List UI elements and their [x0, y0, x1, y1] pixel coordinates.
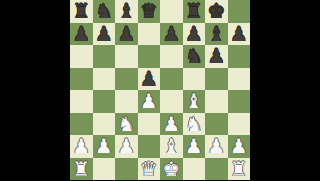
white-pawn[interactable]: ♟: [185, 135, 203, 157]
square-e5[interactable]: [160, 68, 183, 91]
white-knight[interactable]: ♞: [117, 113, 135, 135]
black-pawn[interactable]: ♟: [117, 23, 135, 45]
square-b3[interactable]: [93, 113, 116, 136]
square-f4[interactable]: ♝: [183, 90, 206, 113]
white-bishop[interactable]: ♝: [162, 135, 180, 157]
square-g3[interactable]: [205, 113, 228, 136]
square-f2[interactable]: ♟: [183, 135, 206, 158]
square-d6[interactable]: [138, 45, 161, 68]
square-e1[interactable]: ♚: [160, 158, 183, 181]
square-h6[interactable]: [228, 45, 251, 68]
square-h3[interactable]: [228, 113, 251, 136]
square-a5[interactable]: [70, 68, 93, 91]
square-g6[interactable]: ♟: [205, 45, 228, 68]
chess-board[interactable]: ♜♞♝♛♜♚♟♟♟♟♟♝♟♞♟♟♟♝♞♟♞♟♟♟♝♟♟♟♜♛♚♜: [70, 0, 250, 180]
white-king[interactable]: ♚: [162, 158, 180, 180]
white-pawn[interactable]: ♟: [230, 135, 248, 157]
black-pawn[interactable]: ♟: [140, 68, 158, 90]
white-bishop[interactable]: ♝: [185, 90, 203, 112]
black-knight[interactable]: ♞: [95, 0, 113, 22]
black-knight[interactable]: ♞: [185, 45, 203, 67]
square-a4[interactable]: [70, 90, 93, 113]
square-f6[interactable]: ♞: [183, 45, 206, 68]
white-rook[interactable]: ♜: [72, 158, 90, 180]
black-rook[interactable]: ♜: [72, 0, 90, 22]
square-c5[interactable]: [115, 68, 138, 91]
black-pawn[interactable]: ♟: [185, 23, 203, 45]
square-c7[interactable]: ♟: [115, 23, 138, 46]
white-pawn[interactable]: ♟: [72, 135, 90, 157]
square-g7[interactable]: ♝: [205, 23, 228, 46]
square-d1[interactable]: ♛: [138, 158, 161, 181]
square-b7[interactable]: ♟: [93, 23, 116, 46]
black-pawn[interactable]: ♟: [95, 23, 113, 45]
white-pawn[interactable]: ♟: [207, 135, 225, 157]
square-a7[interactable]: ♟: [70, 23, 93, 46]
white-pawn[interactable]: ♟: [140, 90, 158, 112]
square-f3[interactable]: ♞: [183, 113, 206, 136]
square-e2[interactable]: ♝: [160, 135, 183, 158]
letterbox-right: [250, 0, 320, 180]
square-a6[interactable]: [70, 45, 93, 68]
black-pawn[interactable]: ♟: [162, 23, 180, 45]
square-g4[interactable]: [205, 90, 228, 113]
square-a1[interactable]: ♜: [70, 158, 93, 181]
black-pawn[interactable]: ♟: [72, 23, 90, 45]
white-pawn[interactable]: ♟: [117, 135, 135, 157]
square-a8[interactable]: ♜: [70, 0, 93, 23]
square-g2[interactable]: ♟: [205, 135, 228, 158]
square-c8[interactable]: ♝: [115, 0, 138, 23]
square-h5[interactable]: [228, 68, 251, 91]
white-pawn[interactable]: ♟: [162, 113, 180, 135]
black-bishop[interactable]: ♝: [117, 0, 135, 22]
square-e8[interactable]: [160, 0, 183, 23]
square-h1[interactable]: ♜: [228, 158, 251, 181]
square-e6[interactable]: [160, 45, 183, 68]
square-b6[interactable]: [93, 45, 116, 68]
square-g8[interactable]: ♚: [205, 0, 228, 23]
square-d7[interactable]: [138, 23, 161, 46]
square-d5[interactable]: ♟: [138, 68, 161, 91]
square-b1[interactable]: [93, 158, 116, 181]
letterbox-left: [0, 0, 70, 180]
black-king[interactable]: ♚: [207, 0, 225, 22]
square-a2[interactable]: ♟: [70, 135, 93, 158]
square-d2[interactable]: [138, 135, 161, 158]
square-h7[interactable]: ♟: [228, 23, 251, 46]
white-queen[interactable]: ♛: [140, 158, 158, 180]
square-d8[interactable]: ♛: [138, 0, 161, 23]
square-b5[interactable]: [93, 68, 116, 91]
white-pawn[interactable]: ♟: [95, 135, 113, 157]
square-e3[interactable]: ♟: [160, 113, 183, 136]
screen: ♜♞♝♛♜♚♟♟♟♟♟♝♟♞♟♟♟♝♞♟♞♟♟♟♝♟♟♟♜♛♚♜: [0, 0, 320, 180]
black-bishop[interactable]: ♝: [207, 23, 225, 45]
square-d4[interactable]: ♟: [138, 90, 161, 113]
black-rook[interactable]: ♜: [185, 0, 203, 22]
square-e7[interactable]: ♟: [160, 23, 183, 46]
square-g5[interactable]: [205, 68, 228, 91]
square-f5[interactable]: [183, 68, 206, 91]
square-h2[interactable]: ♟: [228, 135, 251, 158]
square-e4[interactable]: [160, 90, 183, 113]
square-b8[interactable]: ♞: [93, 0, 116, 23]
square-f1[interactable]: [183, 158, 206, 181]
square-c2[interactable]: ♟: [115, 135, 138, 158]
square-h8[interactable]: [228, 0, 251, 23]
white-rook[interactable]: ♜: [230, 158, 248, 180]
square-c6[interactable]: [115, 45, 138, 68]
white-knight[interactable]: ♞: [185, 113, 203, 135]
square-f8[interactable]: ♜: [183, 0, 206, 23]
square-b2[interactable]: ♟: [93, 135, 116, 158]
square-f7[interactable]: ♟: [183, 23, 206, 46]
square-h4[interactable]: [228, 90, 251, 113]
black-pawn[interactable]: ♟: [207, 45, 225, 67]
square-c4[interactable]: [115, 90, 138, 113]
square-a3[interactable]: [70, 113, 93, 136]
square-b4[interactable]: [93, 90, 116, 113]
square-c1[interactable]: [115, 158, 138, 181]
black-queen[interactable]: ♛: [140, 0, 158, 22]
black-pawn[interactable]: ♟: [230, 23, 248, 45]
square-c3[interactable]: ♞: [115, 113, 138, 136]
square-d3[interactable]: [138, 113, 161, 136]
square-g1[interactable]: [205, 158, 228, 181]
